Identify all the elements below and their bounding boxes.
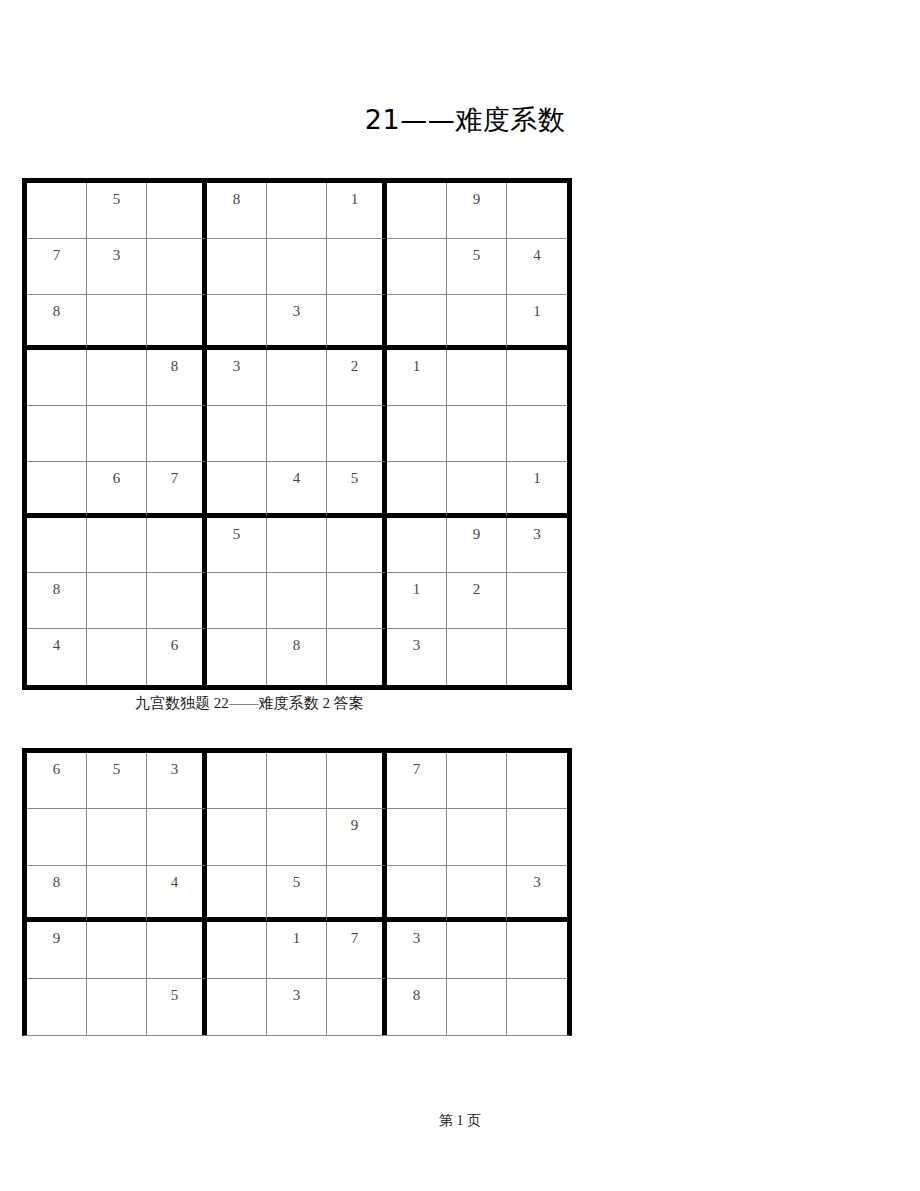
sudoku-cell-r9c4	[207, 629, 267, 685]
sudoku-cell-r1c6	[327, 753, 387, 809]
sudoku-cell-r5c2	[87, 406, 147, 462]
sudoku-cell-r4c9	[507, 350, 567, 406]
sudoku-cell-r2c9: 4	[507, 239, 567, 295]
cell-digit: 4	[147, 873, 202, 891]
sudoku-cell-r2c7	[387, 809, 447, 865]
sudoku-cell-r9c3: 6	[147, 629, 207, 685]
sudoku-cell-r3c1: 8	[27, 295, 87, 351]
cell-digit: 8	[27, 302, 86, 320]
cell-digit: 7	[27, 246, 86, 264]
sudoku-cell-r8c4	[207, 573, 267, 629]
cell-digit: 2	[327, 357, 382, 375]
sudoku-cell-r2c8	[447, 809, 507, 865]
sudoku-cell-r3c4	[207, 866, 267, 922]
cell-digit: 8	[387, 986, 446, 1004]
sudoku-cell-r3c5: 3	[267, 295, 327, 351]
sudoku-cell-r4c4	[207, 922, 267, 978]
sudoku-cell-r1c6: 1	[327, 183, 387, 239]
sudoku-cell-r6c3: 7	[147, 462, 207, 518]
sudoku-cell-r2c8: 5	[447, 239, 507, 295]
sudoku-cell-r2c9	[507, 809, 567, 865]
sudoku-cell-r2c6: 9	[327, 809, 387, 865]
cell-digit: 8	[147, 357, 202, 375]
sudoku-cell-r6c6: 5	[327, 462, 387, 518]
sudoku-cell-r1c1: 6	[27, 753, 87, 809]
cell-digit: 3	[507, 873, 567, 891]
sudoku-cell-r2c6	[327, 239, 387, 295]
cell-digit: 3	[267, 986, 326, 1004]
cell-digit: 9	[447, 190, 506, 208]
sudoku-cell-r6c1	[27, 462, 87, 518]
sudoku-cell-r6c5: 4	[267, 462, 327, 518]
sudoku-cell-r5c3	[147, 406, 207, 462]
cell-digit: 1	[327, 190, 382, 208]
sudoku-cell-r5c2	[87, 979, 147, 1035]
sudoku-cell-r4c6: 7	[327, 922, 387, 978]
sudoku-cell-r2c4	[207, 809, 267, 865]
sudoku-cell-r3c6	[327, 295, 387, 351]
sudoku-cell-r4c3	[147, 922, 207, 978]
sudoku-cell-r3c2	[87, 866, 147, 922]
sudoku-cell-r9c2	[87, 629, 147, 685]
sudoku-cell-r4c9	[507, 922, 567, 978]
sudoku-cell-r7c9: 3	[507, 518, 567, 574]
sudoku-cell-r4c3: 8	[147, 350, 207, 406]
cell-digit: 9	[327, 816, 382, 834]
sudoku-cell-r4c6: 2	[327, 350, 387, 406]
sudoku-cell-r5c6	[327, 979, 387, 1035]
sudoku-cell-r6c9: 1	[507, 462, 567, 518]
sudoku-cell-r6c7	[387, 462, 447, 518]
sudoku-cell-r2c2: 3	[87, 239, 147, 295]
sudoku-cell-r4c4: 3	[207, 350, 267, 406]
cell-digit: 8	[267, 636, 326, 654]
cell-digit: 9	[27, 929, 86, 947]
sudoku-cell-r2c1: 7	[27, 239, 87, 295]
cell-digit: 6	[147, 636, 202, 654]
cell-digit: 8	[27, 873, 86, 891]
cell-digit: 8	[207, 190, 266, 208]
sudoku-cell-r5c4	[207, 406, 267, 462]
cell-digit: 5	[267, 873, 326, 891]
sudoku-cell-r1c9	[507, 753, 567, 809]
cell-digit: 3	[147, 760, 202, 778]
sudoku-cell-r3c7	[387, 295, 447, 351]
sudoku-cell-r3c6	[327, 866, 387, 922]
sudoku-cell-r2c4	[207, 239, 267, 295]
cell-digit: 7	[147, 469, 202, 487]
cell-digit: 3	[267, 302, 326, 320]
sudoku-cell-r8c9	[507, 573, 567, 629]
sudoku-cell-r9c1: 4	[27, 629, 87, 685]
sudoku-cell-r4c8	[447, 922, 507, 978]
sudoku-cell-r3c4	[207, 295, 267, 351]
cell-digit: 5	[447, 246, 506, 264]
cell-digit: 5	[207, 525, 266, 543]
sudoku-cell-r1c8: 9	[447, 183, 507, 239]
sudoku-cell-r5c6	[327, 406, 387, 462]
sudoku-cell-r1c3	[147, 183, 207, 239]
sudoku-cell-r7c6	[327, 518, 387, 574]
cell-digit: 5	[147, 986, 202, 1004]
sudoku-cell-r1c4: 8	[207, 183, 267, 239]
sudoku-cell-r5c4	[207, 979, 267, 1035]
sudoku-cell-r3c9: 3	[507, 866, 567, 922]
sudoku-cell-r7c7	[387, 518, 447, 574]
sudoku-cell-r5c8	[447, 979, 507, 1035]
sudoku-cell-r3c9: 1	[507, 295, 567, 351]
sudoku-cell-r9c5: 8	[267, 629, 327, 685]
cell-digit: 5	[87, 190, 146, 208]
sudoku-cell-r2c3	[147, 809, 207, 865]
sudoku-cell-r1c2: 5	[87, 753, 147, 809]
document-page: 21——难度系数 581973548318321674515938124683 …	[0, 0, 920, 1191]
cell-digit: 6	[87, 469, 146, 487]
sudoku-cell-r1c7	[387, 183, 447, 239]
sudoku-cell-r1c5	[267, 183, 327, 239]
cell-digit: 4	[27, 636, 86, 654]
sudoku-cell-r7c5	[267, 518, 327, 574]
sudoku-cell-r8c2	[87, 573, 147, 629]
sudoku-cell-r7c1	[27, 518, 87, 574]
sudoku-cell-r1c5	[267, 753, 327, 809]
cell-digit: 8	[27, 580, 86, 598]
sudoku-cell-r4c8	[447, 350, 507, 406]
sudoku-cell-r8c7: 1	[387, 573, 447, 629]
sudoku-cell-r5c7	[387, 406, 447, 462]
sudoku-cell-r5c3: 5	[147, 979, 207, 1035]
sudoku-cell-r9c7: 3	[387, 629, 447, 685]
sudoku-cell-r1c3: 3	[147, 753, 207, 809]
page-number: 第 1 页	[0, 1112, 920, 1130]
cell-digit: 1	[267, 929, 326, 947]
sudoku-cell-r2c5	[267, 809, 327, 865]
sudoku-cell-r7c2	[87, 518, 147, 574]
sudoku-cell-r8c1: 8	[27, 573, 87, 629]
page-title: 21——难度系数	[0, 103, 920, 137]
sudoku-cell-r3c7	[387, 866, 447, 922]
sudoku-cell-r8c5	[267, 573, 327, 629]
sudoku-cell-r4c1	[27, 350, 87, 406]
sudoku-cell-r8c3	[147, 573, 207, 629]
sudoku-cell-r1c7: 7	[387, 753, 447, 809]
cell-digit: 3	[87, 246, 146, 264]
sudoku-cell-r4c7: 1	[387, 350, 447, 406]
sudoku-cell-r2c3	[147, 239, 207, 295]
sudoku-cell-r1c1	[27, 183, 87, 239]
sudoku-cell-r4c2	[87, 350, 147, 406]
sudoku-cell-r5c9	[507, 979, 567, 1035]
sudoku-cell-r5c5: 3	[267, 979, 327, 1035]
cell-digit: 6	[27, 760, 86, 778]
sudoku-cell-r7c4: 5	[207, 518, 267, 574]
sudoku-cell-r2c2	[87, 809, 147, 865]
answer-caption: 九宫数独题 22——难度系数 2 答案	[135, 694, 364, 713]
sudoku-cell-r1c4	[207, 753, 267, 809]
sudoku-cell-r1c2: 5	[87, 183, 147, 239]
cell-digit: 3	[387, 636, 446, 654]
sudoku-cell-r3c8	[447, 295, 507, 351]
sudoku-cell-r3c1: 8	[27, 866, 87, 922]
cell-digit: 1	[507, 302, 567, 320]
sudoku-cell-r5c8	[447, 406, 507, 462]
sudoku-cell-r9c6	[327, 629, 387, 685]
cell-digit: 3	[387, 929, 446, 947]
sudoku-cell-r6c4	[207, 462, 267, 518]
cell-digit: 3	[207, 357, 266, 375]
cell-digit: 9	[447, 525, 506, 543]
sudoku-cell-r3c3: 4	[147, 866, 207, 922]
sudoku-cell-r4c7: 3	[387, 922, 447, 978]
sudoku-grid-puzzle-22-partial: 6537984539173538	[22, 748, 572, 1036]
cell-digit: 4	[267, 469, 326, 487]
cell-digit: 1	[387, 580, 446, 598]
cell-digit: 3	[507, 525, 567, 543]
cell-digit: 5	[87, 760, 146, 778]
sudoku-cell-r2c1	[27, 809, 87, 865]
cell-digit: 7	[387, 760, 446, 778]
sudoku-cell-r4c5	[267, 350, 327, 406]
sudoku-cell-r5c1	[27, 406, 87, 462]
sudoku-cell-r8c6	[327, 573, 387, 629]
cell-digit: 1	[507, 469, 567, 487]
sudoku-cell-r5c1	[27, 979, 87, 1035]
sudoku-cell-r4c1: 9	[27, 922, 87, 978]
cell-digit: 7	[327, 929, 382, 947]
sudoku-cell-r3c2	[87, 295, 147, 351]
sudoku-grid-puzzle-21: 581973548318321674515938124683	[22, 178, 572, 690]
sudoku-cell-r3c5: 5	[267, 866, 327, 922]
sudoku-cell-r5c7: 8	[387, 979, 447, 1035]
sudoku-cell-r8c8: 2	[447, 573, 507, 629]
sudoku-cell-r7c8: 9	[447, 518, 507, 574]
sudoku-cell-r9c9	[507, 629, 567, 685]
cell-digit: 5	[327, 469, 382, 487]
sudoku-cell-r5c9	[507, 406, 567, 462]
sudoku-cell-r3c8	[447, 866, 507, 922]
sudoku-cell-r5c5	[267, 406, 327, 462]
sudoku-cell-r4c5: 1	[267, 922, 327, 978]
sudoku-cell-r4c2	[87, 922, 147, 978]
sudoku-cell-r7c3	[147, 518, 207, 574]
sudoku-cell-r1c8	[447, 753, 507, 809]
sudoku-cell-r2c7	[387, 239, 447, 295]
cell-digit: 2	[447, 580, 506, 598]
sudoku-cell-r9c8	[447, 629, 507, 685]
cell-digit: 1	[387, 357, 446, 375]
sudoku-cell-r6c2: 6	[87, 462, 147, 518]
sudoku-cell-r1c9	[507, 183, 567, 239]
sudoku-cell-r3c3	[147, 295, 207, 351]
sudoku-cell-r6c8	[447, 462, 507, 518]
sudoku-cell-r2c5	[267, 239, 327, 295]
cell-digit: 4	[507, 246, 567, 264]
